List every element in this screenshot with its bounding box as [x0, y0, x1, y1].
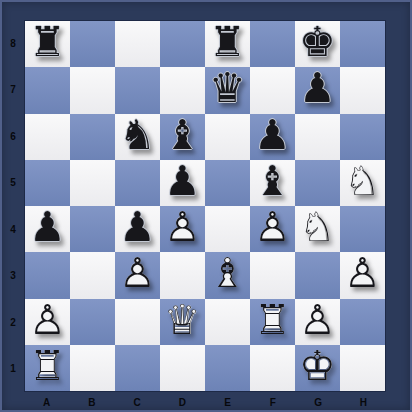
- square-f5[interactable]: ♝: [250, 160, 295, 206]
- black-pawn-glyph: ♟: [29, 207, 66, 248]
- square-a8[interactable]: ♜: [25, 21, 70, 67]
- square-f1[interactable]: [250, 345, 295, 391]
- square-e5[interactable]: [205, 160, 250, 206]
- white-pawn-outline-glyph: ♙: [119, 254, 156, 295]
- square-h4[interactable]: [340, 206, 385, 252]
- square-f3[interactable]: [250, 252, 295, 298]
- white-queen-outline-glyph: ♕: [164, 300, 201, 341]
- square-d3[interactable]: [160, 252, 205, 298]
- square-e7[interactable]: ♛: [205, 67, 250, 113]
- black-king-glyph: ♚: [299, 22, 336, 63]
- square-e4[interactable]: [205, 206, 250, 252]
- square-d7[interactable]: [160, 67, 205, 113]
- file-label-g: G: [296, 392, 341, 412]
- square-g7[interactable]: ♟: [295, 67, 340, 113]
- square-f6[interactable]: ♟: [250, 114, 295, 160]
- white-knight-glyph: ♞: [299, 207, 336, 248]
- square-a5[interactable]: [25, 160, 70, 206]
- white-rook-outline-glyph: ♖: [29, 346, 66, 387]
- file-labels: ABCDEFGH: [24, 392, 386, 412]
- black-knight-glyph: ♞: [119, 115, 156, 156]
- square-e8[interactable]: ♜: [205, 21, 250, 67]
- piece-black-pawn-c4[interactable]: ♟: [115, 206, 160, 252]
- chess-board: ♜♜♚♛♟♞♝♟♟♝♞♘♟♟♟♙♟♙♞♘♟♙♝♗♟♙♟♙♛♕♜♖♟♙♜♖♚♔: [24, 20, 386, 392]
- square-c7[interactable]: [115, 67, 160, 113]
- rank-label-1: 1: [2, 346, 24, 393]
- square-d6[interactable]: ♝: [160, 114, 205, 160]
- white-pawn-glyph: ♟: [164, 207, 201, 248]
- black-pawn-glyph: ♟: [299, 69, 336, 110]
- square-c5[interactable]: [115, 160, 160, 206]
- piece-black-queen-e7[interactable]: ♛: [205, 67, 250, 113]
- rank-labels: 87654321: [2, 20, 24, 392]
- piece-white-knight-g4[interactable]: ♞♘: [295, 206, 340, 252]
- square-h8[interactable]: [340, 21, 385, 67]
- square-g5[interactable]: [295, 160, 340, 206]
- square-e3[interactable]: ♝♗: [205, 252, 250, 298]
- white-pawn-glyph: ♟: [254, 207, 291, 248]
- square-b4[interactable]: [70, 206, 115, 252]
- square-b7[interactable]: [70, 67, 115, 113]
- square-h6[interactable]: [340, 114, 385, 160]
- board-frame: 87654321 ♜♜♚♛♟♞♝♟♟♝♞♘♟♟♟♙♟♙♞♘♟♙♝♗♟♙♟♙♛♕♜…: [0, 0, 412, 412]
- square-d8[interactable]: [160, 21, 205, 67]
- square-g1[interactable]: ♚♔: [295, 345, 340, 391]
- black-pawn-glyph: ♟: [164, 161, 201, 202]
- square-b8[interactable]: [70, 21, 115, 67]
- black-bishop-glyph: ♝: [164, 115, 201, 156]
- white-queen-glyph: ♛: [164, 300, 201, 341]
- black-rook-glyph: ♜: [29, 22, 66, 63]
- square-d2[interactable]: ♛♕: [160, 299, 205, 345]
- square-a4[interactable]: ♟: [25, 206, 70, 252]
- square-a7[interactable]: [25, 67, 70, 113]
- square-g8[interactable]: ♚: [295, 21, 340, 67]
- piece-black-pawn-a4[interactable]: ♟: [25, 206, 70, 252]
- square-a2[interactable]: ♟♙: [25, 299, 70, 345]
- white-bishop-glyph: ♝: [209, 254, 246, 295]
- square-f8[interactable]: [250, 21, 295, 67]
- square-c6[interactable]: ♞: [115, 114, 160, 160]
- piece-white-pawn-g2[interactable]: ♟♙: [295, 299, 340, 345]
- piece-black-bishop-f5[interactable]: ♝: [250, 160, 295, 206]
- square-e2[interactable]: [205, 299, 250, 345]
- white-pawn-outline-glyph: ♙: [299, 300, 336, 341]
- rank-label-4: 4: [2, 206, 24, 253]
- file-label-c: C: [115, 392, 160, 412]
- square-d4[interactable]: ♟♙: [160, 206, 205, 252]
- square-f2[interactable]: ♜♖: [250, 299, 295, 345]
- white-king-outline-glyph: ♔: [299, 346, 336, 387]
- rank-label-3: 3: [2, 253, 24, 300]
- white-pawn-outline-glyph: ♙: [164, 207, 201, 248]
- square-e6[interactable]: [205, 114, 250, 160]
- white-rook-glyph: ♜: [29, 346, 66, 387]
- square-c2[interactable]: [115, 299, 160, 345]
- square-c3[interactable]: ♟♙: [115, 252, 160, 298]
- square-f4[interactable]: ♟♙: [250, 206, 295, 252]
- piece-black-knight-c6[interactable]: ♞: [115, 114, 160, 160]
- square-b2[interactable]: [70, 299, 115, 345]
- piece-white-pawn-c3[interactable]: ♟♙: [115, 252, 160, 298]
- piece-white-knight-h5[interactable]: ♞♘: [340, 160, 385, 206]
- white-pawn-glyph: ♟: [344, 254, 381, 295]
- file-label-b: B: [69, 392, 114, 412]
- piece-black-pawn-d5[interactable]: ♟: [160, 160, 205, 206]
- file-label-a: A: [24, 392, 69, 412]
- square-c4[interactable]: ♟: [115, 206, 160, 252]
- square-a6[interactable]: [25, 114, 70, 160]
- file-label-h: H: [341, 392, 386, 412]
- piece-black-rook-a8[interactable]: ♜: [25, 21, 70, 67]
- black-bishop-glyph: ♝: [254, 161, 291, 202]
- rank-label-2: 2: [2, 299, 24, 346]
- file-label-d: D: [160, 392, 205, 412]
- piece-white-rook-f2[interactable]: ♜♖: [250, 299, 295, 345]
- rank-label-7: 7: [2, 67, 24, 114]
- square-c1[interactable]: [115, 345, 160, 391]
- piece-white-rook-a1[interactable]: ♜♖: [25, 345, 70, 391]
- white-pawn-outline-glyph: ♙: [29, 300, 66, 341]
- white-knight-glyph: ♞: [344, 161, 381, 202]
- file-label-e: E: [205, 392, 250, 412]
- file-label-f: F: [250, 392, 295, 412]
- piece-white-bishop-e3[interactable]: ♝♗: [205, 252, 250, 298]
- piece-black-bishop-d6[interactable]: ♝: [160, 114, 205, 160]
- square-h7[interactable]: [340, 67, 385, 113]
- black-pawn-glyph: ♟: [119, 207, 156, 248]
- square-f7[interactable]: [250, 67, 295, 113]
- white-pawn-outline-glyph: ♙: [254, 207, 291, 248]
- square-g3[interactable]: [295, 252, 340, 298]
- black-queen-glyph: ♛: [209, 69, 246, 110]
- square-h2[interactable]: [340, 299, 385, 345]
- white-pawn-glyph: ♟: [29, 300, 66, 341]
- white-king-glyph: ♚: [299, 346, 336, 387]
- rank-label-6: 6: [2, 113, 24, 160]
- rank-label-5: 5: [2, 160, 24, 207]
- piece-white-pawn-f4[interactable]: ♟♙: [250, 206, 295, 252]
- piece-white-king-g1[interactable]: ♚♔: [295, 345, 340, 391]
- square-b5[interactable]: [70, 160, 115, 206]
- square-e1[interactable]: [205, 345, 250, 391]
- piece-black-rook-e8[interactable]: ♜: [205, 21, 250, 67]
- white-pawn-outline-glyph: ♙: [344, 254, 381, 295]
- square-g2[interactable]: ♟♙: [295, 299, 340, 345]
- square-b3[interactable]: [70, 252, 115, 298]
- piece-white-pawn-h3[interactable]: ♟♙: [340, 252, 385, 298]
- square-h1[interactable]: [340, 345, 385, 391]
- square-g6[interactable]: [295, 114, 340, 160]
- piece-white-pawn-a2[interactable]: ♟♙: [25, 299, 70, 345]
- square-h5[interactable]: ♞♘: [340, 160, 385, 206]
- rank-label-8: 8: [2, 20, 24, 67]
- square-g4[interactable]: ♞♘: [295, 206, 340, 252]
- square-a1[interactable]: ♜♖: [25, 345, 70, 391]
- white-knight-outline-glyph: ♘: [299, 207, 336, 248]
- white-bishop-outline-glyph: ♗: [209, 254, 246, 295]
- square-b6[interactable]: [70, 114, 115, 160]
- piece-white-queen-d2[interactable]: ♛♕: [160, 299, 205, 345]
- piece-black-pawn-f6[interactable]: ♟: [250, 114, 295, 160]
- white-rook-outline-glyph: ♖: [254, 300, 291, 341]
- square-b1[interactable]: [70, 345, 115, 391]
- square-d5[interactable]: ♟: [160, 160, 205, 206]
- piece-black-pawn-g7[interactable]: ♟: [295, 67, 340, 113]
- white-pawn-glyph: ♟: [119, 254, 156, 295]
- square-d1[interactable]: [160, 345, 205, 391]
- black-pawn-glyph: ♟: [254, 115, 291, 156]
- black-rook-glyph: ♜: [209, 22, 246, 63]
- white-rook-glyph: ♜: [254, 300, 291, 341]
- white-knight-outline-glyph: ♘: [344, 161, 381, 202]
- square-c8[interactable]: [115, 21, 160, 67]
- square-h3[interactable]: ♟♙: [340, 252, 385, 298]
- white-pawn-glyph: ♟: [299, 300, 336, 341]
- piece-black-king-g8[interactable]: ♚: [295, 21, 340, 67]
- square-a3[interactable]: [25, 252, 70, 298]
- piece-white-pawn-d4[interactable]: ♟♙: [160, 206, 205, 252]
